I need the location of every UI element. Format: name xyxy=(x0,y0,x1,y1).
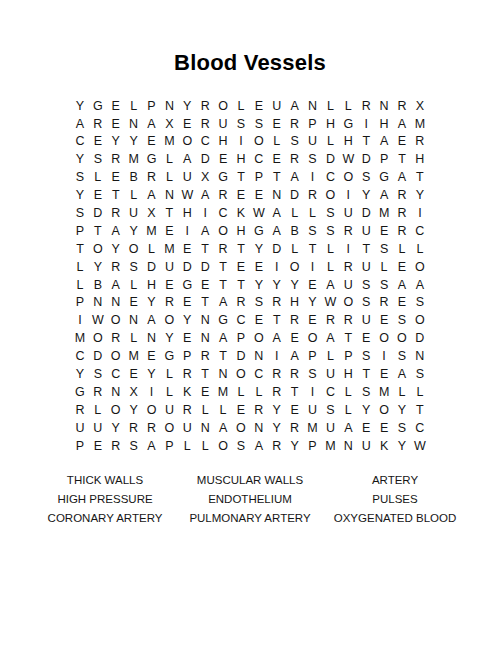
grid-cell[interactable]: S xyxy=(232,437,250,455)
grid-cell[interactable]: D xyxy=(232,347,250,365)
grid-cell[interactable]: L xyxy=(339,383,357,401)
grid-cell[interactable]: T xyxy=(214,276,232,294)
grid-cell[interactable]: L xyxy=(196,437,214,455)
grid-cell[interactable]: Y xyxy=(286,276,304,294)
grid-cell[interactable]: W xyxy=(250,204,268,222)
grid-cell[interactable]: P xyxy=(232,330,250,348)
grid-cell[interactable]: I xyxy=(304,383,322,401)
grid-cell[interactable]: E xyxy=(89,133,107,151)
grid-cell[interactable]: A xyxy=(143,312,161,330)
grid-cell[interactable]: T xyxy=(196,240,214,258)
grid-cell[interactable]: L xyxy=(393,240,411,258)
grid-cell[interactable]: N xyxy=(250,419,268,437)
grid-cell[interactable]: C xyxy=(321,383,339,401)
grid-cell[interactable]: O xyxy=(89,330,107,348)
grid-cell[interactable]: E xyxy=(357,330,375,348)
grid-cell[interactable]: Y xyxy=(143,365,161,383)
grid-cell[interactable]: W xyxy=(411,437,429,455)
grid-cell[interactable]: D xyxy=(286,186,304,204)
grid-cell[interactable]: Y xyxy=(250,276,268,294)
grid-cell[interactable]: S xyxy=(357,347,375,365)
grid-cell[interactable]: R xyxy=(160,294,178,312)
grid-cell[interactable]: A xyxy=(196,222,214,240)
grid-cell[interactable]: E xyxy=(375,365,393,383)
grid-cell[interactable]: H xyxy=(178,204,196,222)
grid-cell[interactable]: A xyxy=(321,330,339,348)
grid-cell[interactable]: U xyxy=(89,419,107,437)
grid-cell[interactable]: X xyxy=(411,97,429,115)
grid-cell[interactable]: W xyxy=(89,312,107,330)
grid-cell[interactable]: A xyxy=(268,222,286,240)
grid-cell[interactable]: O xyxy=(304,330,322,348)
grid-cell[interactable]: O xyxy=(214,222,232,240)
grid-cell[interactable]: U xyxy=(357,437,375,455)
grid-cell[interactable]: P xyxy=(339,347,357,365)
grid-cell[interactable]: P xyxy=(71,222,89,240)
grid-cell[interactable]: T xyxy=(232,169,250,187)
grid-cell[interactable]: Y xyxy=(393,401,411,419)
grid-cell[interactable]: S xyxy=(125,437,143,455)
grid-cell[interactable]: E xyxy=(107,115,125,133)
grid-cell[interactable]: H xyxy=(143,276,161,294)
grid-cell[interactable]: X xyxy=(125,383,143,401)
grid-cell[interactable]: N xyxy=(250,347,268,365)
grid-cell[interactable]: T xyxy=(268,169,286,187)
grid-cell[interactable]: E xyxy=(125,294,143,312)
grid-cell[interactable]: U xyxy=(357,258,375,276)
grid-cell[interactable]: A xyxy=(178,151,196,169)
grid-cell[interactable]: R xyxy=(232,294,250,312)
grid-cell[interactable]: S xyxy=(125,258,143,276)
grid-cell[interactable]: A xyxy=(214,294,232,312)
grid-cell[interactable]: P xyxy=(71,437,89,455)
grid-cell[interactable]: H xyxy=(339,133,357,151)
grid-cell[interactable]: H xyxy=(232,151,250,169)
grid-cell[interactable]: O xyxy=(375,401,393,419)
grid-cell[interactable]: D xyxy=(411,330,429,348)
grid-cell[interactable]: U xyxy=(268,97,286,115)
grid-cell[interactable]: M xyxy=(411,115,429,133)
grid-cell[interactable]: S xyxy=(375,240,393,258)
grid-cell[interactable]: Y xyxy=(268,419,286,437)
grid-cell[interactable]: H xyxy=(375,115,393,133)
grid-cell[interactable]: H xyxy=(411,151,429,169)
grid-cell[interactable]: E xyxy=(232,186,250,204)
grid-cell[interactable]: R xyxy=(214,240,232,258)
grid-cell[interactable]: Y xyxy=(268,401,286,419)
grid-cell[interactable]: D xyxy=(357,204,375,222)
grid-cell[interactable]: T xyxy=(357,365,375,383)
grid-cell[interactable]: P xyxy=(143,97,161,115)
grid-cell[interactable]: N xyxy=(339,437,357,455)
grid-cell[interactable]: O xyxy=(160,312,178,330)
grid-cell[interactable]: I xyxy=(232,133,250,151)
grid-cell[interactable]: G xyxy=(339,115,357,133)
grid-cell[interactable]: U xyxy=(339,204,357,222)
grid-cell[interactable]: H xyxy=(286,294,304,312)
grid-cell[interactable]: T xyxy=(286,383,304,401)
grid-cell[interactable]: S xyxy=(304,151,322,169)
grid-cell[interactable]: N xyxy=(160,186,178,204)
grid-cell[interactable]: R xyxy=(393,97,411,115)
grid-cell[interactable]: E xyxy=(143,347,161,365)
grid-cell[interactable]: L xyxy=(321,347,339,365)
grid-cell[interactable]: E xyxy=(214,151,232,169)
grid-cell[interactable]: R xyxy=(268,294,286,312)
grid-cell[interactable]: E xyxy=(286,401,304,419)
grid-cell[interactable]: E xyxy=(268,115,286,133)
grid-cell[interactable]: E xyxy=(357,419,375,437)
grid-cell[interactable]: L xyxy=(375,258,393,276)
grid-cell[interactable]: O xyxy=(107,401,125,419)
grid-cell[interactable]: X xyxy=(196,169,214,187)
grid-cell[interactable]: N xyxy=(268,186,286,204)
grid-cell[interactable]: O xyxy=(411,312,429,330)
grid-cell[interactable]: O xyxy=(160,419,178,437)
grid-cell[interactable]: S xyxy=(321,222,339,240)
grid-cell[interactable]: E xyxy=(304,276,322,294)
grid-cell[interactable]: L xyxy=(71,258,89,276)
grid-cell[interactable]: R xyxy=(178,365,196,383)
grid-cell[interactable]: A xyxy=(339,419,357,437)
grid-cell[interactable]: R xyxy=(375,294,393,312)
grid-cell[interactable]: H xyxy=(214,133,232,151)
grid-cell[interactable]: M xyxy=(375,204,393,222)
grid-cell[interactable]: N xyxy=(375,97,393,115)
grid-cell[interactable]: M xyxy=(160,240,178,258)
grid-cell[interactable]: E xyxy=(250,312,268,330)
grid-cell[interactable]: A xyxy=(196,186,214,204)
grid-cell[interactable]: U xyxy=(321,365,339,383)
grid-cell[interactable]: I xyxy=(178,222,196,240)
grid-cell[interactable]: N xyxy=(107,294,125,312)
grid-cell[interactable]: L xyxy=(321,97,339,115)
grid-cell[interactable]: A xyxy=(71,115,89,133)
grid-cell[interactable]: R xyxy=(143,419,161,437)
grid-cell[interactable]: N xyxy=(143,330,161,348)
grid-cell[interactable]: Y xyxy=(125,133,143,151)
grid-cell[interactable]: R xyxy=(71,401,89,419)
grid-cell[interactable]: O xyxy=(214,97,232,115)
grid-cell[interactable]: T xyxy=(411,401,429,419)
grid-cell[interactable]: N xyxy=(89,294,107,312)
grid-cell[interactable]: U xyxy=(178,419,196,437)
grid-cell[interactable]: L xyxy=(89,169,107,187)
grid-cell[interactable]: O xyxy=(250,133,268,151)
grid-cell[interactable]: S xyxy=(89,365,107,383)
grid-cell[interactable]: R xyxy=(286,115,304,133)
grid-cell[interactable]: E xyxy=(393,258,411,276)
grid-cell[interactable]: Y xyxy=(143,294,161,312)
grid-cell[interactable]: L xyxy=(232,383,250,401)
grid-cell[interactable]: A xyxy=(214,419,232,437)
grid-cell[interactable]: M xyxy=(125,347,143,365)
grid-cell[interactable]: M xyxy=(143,222,161,240)
grid-cell[interactable]: U xyxy=(160,258,178,276)
grid-cell[interactable]: R xyxy=(268,437,286,455)
grid-cell[interactable]: O xyxy=(250,330,268,348)
grid-cell[interactable]: O xyxy=(178,133,196,151)
grid-cell[interactable]: R xyxy=(339,258,357,276)
grid-cell[interactable]: E xyxy=(107,97,125,115)
grid-cell[interactable]: R xyxy=(196,347,214,365)
grid-cell[interactable]: Y xyxy=(268,276,286,294)
grid-cell[interactable]: N xyxy=(160,97,178,115)
grid-cell[interactable]: N xyxy=(125,312,143,330)
grid-cell[interactable]: A xyxy=(250,437,268,455)
grid-cell[interactable]: R xyxy=(107,437,125,455)
grid-cell[interactable]: Y xyxy=(178,312,196,330)
grid-cell[interactable]: A xyxy=(393,365,411,383)
grid-cell[interactable]: M xyxy=(375,383,393,401)
grid-cell[interactable]: H xyxy=(232,222,250,240)
grid-cell[interactable]: T xyxy=(232,276,250,294)
grid-cell[interactable]: L xyxy=(304,204,322,222)
grid-cell[interactable]: L xyxy=(160,365,178,383)
grid-cell[interactable]: C xyxy=(214,204,232,222)
grid-cell[interactable]: O xyxy=(339,294,357,312)
grid-cell[interactable]: S xyxy=(321,401,339,419)
grid-cell[interactable]: Y xyxy=(89,258,107,276)
grid-cell[interactable]: E xyxy=(178,240,196,258)
grid-cell[interactable]: U xyxy=(214,115,232,133)
grid-cell[interactable]: O xyxy=(125,240,143,258)
grid-cell[interactable]: L xyxy=(250,383,268,401)
grid-cell[interactable]: T xyxy=(268,312,286,330)
grid-cell[interactable]: B xyxy=(89,276,107,294)
grid-cell[interactable]: T xyxy=(357,240,375,258)
grid-cell[interactable]: O xyxy=(339,169,357,187)
grid-cell[interactable]: U xyxy=(339,276,357,294)
grid-cell[interactable]: T xyxy=(214,258,232,276)
grid-cell[interactable]: D xyxy=(89,204,107,222)
grid-cell[interactable]: E xyxy=(178,115,196,133)
grid-cell[interactable]: E xyxy=(304,312,322,330)
grid-cell[interactable]: G xyxy=(143,151,161,169)
grid-cell[interactable]: G xyxy=(178,276,196,294)
grid-cell[interactable]: L xyxy=(160,383,178,401)
grid-cell[interactable]: K xyxy=(178,383,196,401)
grid-cell[interactable]: I xyxy=(71,312,89,330)
grid-cell[interactable]: Y xyxy=(107,240,125,258)
grid-cell[interactable]: G xyxy=(71,383,89,401)
grid-cell[interactable]: G xyxy=(214,169,232,187)
grid-cell[interactable]: D xyxy=(321,151,339,169)
grid-cell[interactable]: E xyxy=(286,330,304,348)
grid-cell[interactable]: C xyxy=(250,365,268,383)
grid-cell[interactable]: T xyxy=(160,204,178,222)
grid-cell[interactable]: G xyxy=(160,347,178,365)
grid-cell[interactable]: R xyxy=(286,312,304,330)
grid-cell[interactable]: M xyxy=(214,383,232,401)
grid-cell[interactable]: O xyxy=(286,258,304,276)
grid-cell[interactable]: A xyxy=(375,186,393,204)
grid-cell[interactable]: L xyxy=(321,240,339,258)
grid-cell[interactable]: L xyxy=(268,133,286,151)
grid-cell[interactable]: S xyxy=(71,204,89,222)
grid-cell[interactable]: Y xyxy=(160,330,178,348)
grid-cell[interactable]: P xyxy=(304,115,322,133)
grid-cell[interactable]: A xyxy=(143,186,161,204)
grid-cell[interactable]: E xyxy=(178,330,196,348)
grid-cell[interactable]: Y xyxy=(107,133,125,151)
grid-cell[interactable]: A xyxy=(286,97,304,115)
grid-cell[interactable]: L xyxy=(160,151,178,169)
grid-cell[interactable]: L xyxy=(339,97,357,115)
grid-cell[interactable]: E xyxy=(232,258,250,276)
grid-cell[interactable]: M xyxy=(304,419,322,437)
grid-cell[interactable]: T xyxy=(357,133,375,151)
grid-cell[interactable]: L xyxy=(214,401,232,419)
grid-cell[interactable]: P xyxy=(304,437,322,455)
grid-cell[interactable]: E xyxy=(375,222,393,240)
grid-cell[interactable]: C xyxy=(196,133,214,151)
grid-cell[interactable]: C xyxy=(71,347,89,365)
grid-cell[interactable]: P xyxy=(160,437,178,455)
grid-cell[interactable]: S xyxy=(357,383,375,401)
grid-cell[interactable]: S xyxy=(89,151,107,169)
grid-cell[interactable]: T xyxy=(214,347,232,365)
grid-cell[interactable]: U xyxy=(357,222,375,240)
grid-cell[interactable]: L xyxy=(178,437,196,455)
grid-cell[interactable]: R xyxy=(89,383,107,401)
grid-cell[interactable]: S xyxy=(411,294,429,312)
grid-cell[interactable]: R xyxy=(339,312,357,330)
grid-cell[interactable]: E xyxy=(178,294,196,312)
grid-cell[interactable]: E xyxy=(268,151,286,169)
grid-cell[interactable]: O xyxy=(143,401,161,419)
grid-cell[interactable]: C xyxy=(250,151,268,169)
grid-cell[interactable]: S xyxy=(321,204,339,222)
grid-cell[interactable]: R xyxy=(286,151,304,169)
grid-cell[interactable]: R xyxy=(143,169,161,187)
grid-cell[interactable]: S xyxy=(393,347,411,365)
grid-cell[interactable]: E xyxy=(196,276,214,294)
grid-cell[interactable]: R xyxy=(357,97,375,115)
grid-cell[interactable]: E xyxy=(160,276,178,294)
grid-cell[interactable]: C xyxy=(107,365,125,383)
grid-cell[interactable]: T xyxy=(411,169,429,187)
grid-cell[interactable]: S xyxy=(357,169,375,187)
grid-cell[interactable]: S xyxy=(286,133,304,151)
grid-cell[interactable]: A xyxy=(214,330,232,348)
grid-cell[interactable]: I xyxy=(357,115,375,133)
grid-cell[interactable]: S xyxy=(232,115,250,133)
grid-cell[interactable]: E xyxy=(375,419,393,437)
grid-cell[interactable]: L xyxy=(232,97,250,115)
grid-cell[interactable]: I xyxy=(143,383,161,401)
grid-cell[interactable]: R xyxy=(125,419,143,437)
grid-cell[interactable]: Y xyxy=(71,97,89,115)
grid-cell[interactable]: U xyxy=(304,401,322,419)
grid-cell[interactable]: A xyxy=(321,276,339,294)
grid-cell[interactable]: D xyxy=(178,258,196,276)
grid-cell[interactable]: E xyxy=(250,258,268,276)
grid-cell[interactable]: T xyxy=(196,365,214,383)
grid-cell[interactable]: L xyxy=(196,401,214,419)
grid-cell[interactable]: W xyxy=(339,151,357,169)
grid-cell[interactable]: R xyxy=(178,401,196,419)
grid-cell[interactable]: E xyxy=(232,401,250,419)
grid-cell[interactable]: C xyxy=(71,133,89,151)
grid-cell[interactable]: N xyxy=(304,97,322,115)
grid-cell[interactable]: L xyxy=(125,97,143,115)
grid-cell[interactable]: K xyxy=(375,437,393,455)
grid-cell[interactable]: R xyxy=(107,330,125,348)
grid-cell[interactable]: Y xyxy=(125,222,143,240)
grid-cell[interactable]: U xyxy=(125,204,143,222)
grid-cell[interactable]: T xyxy=(339,330,357,348)
grid-cell[interactable]: W xyxy=(321,294,339,312)
grid-cell[interactable]: U xyxy=(357,312,375,330)
grid-cell[interactable]: A xyxy=(143,115,161,133)
grid-cell[interactable]: Y xyxy=(125,401,143,419)
grid-cell[interactable]: N xyxy=(196,312,214,330)
grid-cell[interactable]: X xyxy=(143,204,161,222)
grid-cell[interactable]: Y xyxy=(178,97,196,115)
grid-cell[interactable]: L xyxy=(125,330,143,348)
grid-cell[interactable]: R xyxy=(304,186,322,204)
grid-cell[interactable]: C xyxy=(411,419,429,437)
grid-cell[interactable]: S xyxy=(71,169,89,187)
grid-cell[interactable]: G xyxy=(89,97,107,115)
grid-cell[interactable]: L xyxy=(321,258,339,276)
grid-cell[interactable]: E xyxy=(393,294,411,312)
grid-cell[interactable]: N xyxy=(107,383,125,401)
grid-cell[interactable]: S xyxy=(375,276,393,294)
grid-cell[interactable]: L xyxy=(411,240,429,258)
grid-cell[interactable]: S xyxy=(357,294,375,312)
grid-cell[interactable]: E xyxy=(196,383,214,401)
grid-cell[interactable]: D xyxy=(196,151,214,169)
grid-cell[interactable]: A xyxy=(286,169,304,187)
grid-cell[interactable]: S xyxy=(250,294,268,312)
grid-cell[interactable]: R xyxy=(250,401,268,419)
grid-cell[interactable]: L xyxy=(393,383,411,401)
grid-cell[interactable]: A xyxy=(393,169,411,187)
grid-cell[interactable]: R xyxy=(286,419,304,437)
grid-cell[interactable]: L xyxy=(125,276,143,294)
grid-cell[interactable]: R xyxy=(411,133,429,151)
grid-cell[interactable]: A xyxy=(375,133,393,151)
grid-cell[interactable]: E xyxy=(250,97,268,115)
grid-cell[interactable]: Y xyxy=(286,437,304,455)
grid-cell[interactable]: C xyxy=(321,169,339,187)
grid-cell[interactable]: P xyxy=(71,294,89,312)
grid-cell[interactable]: U xyxy=(178,169,196,187)
grid-cell[interactable]: X xyxy=(160,115,178,133)
grid-cell[interactable]: M xyxy=(71,330,89,348)
grid-cell[interactable]: Y xyxy=(250,240,268,258)
grid-cell[interactable]: Y xyxy=(357,186,375,204)
grid-cell[interactable]: S xyxy=(304,222,322,240)
grid-cell[interactable]: E xyxy=(375,312,393,330)
grid-cell[interactable]: A xyxy=(393,276,411,294)
grid-cell[interactable]: I xyxy=(304,258,322,276)
grid-cell[interactable]: T xyxy=(304,240,322,258)
grid-cell[interactable]: I xyxy=(268,347,286,365)
grid-cell[interactable]: U xyxy=(160,401,178,419)
grid-cell[interactable]: I xyxy=(411,204,429,222)
grid-cell[interactable]: O xyxy=(107,312,125,330)
grid-cell[interactable]: A xyxy=(268,204,286,222)
grid-cell[interactable]: E xyxy=(250,186,268,204)
grid-cell[interactable]: D xyxy=(268,240,286,258)
grid-cell[interactable]: U xyxy=(304,133,322,151)
grid-cell[interactable]: T xyxy=(393,151,411,169)
grid-cell[interactable]: E xyxy=(107,169,125,187)
grid-cell[interactable]: L xyxy=(160,169,178,187)
